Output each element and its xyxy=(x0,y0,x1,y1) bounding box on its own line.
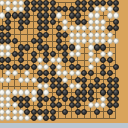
black-stone xyxy=(50,0,56,6)
black-stone xyxy=(37,89,43,95)
white-stone xyxy=(100,51,106,57)
white-stone xyxy=(43,64,49,70)
white-stone xyxy=(94,19,100,25)
black-stone xyxy=(107,89,113,95)
black-stone xyxy=(5,19,11,25)
black-stone xyxy=(62,89,68,95)
black-stone xyxy=(50,115,56,121)
white-stone xyxy=(43,89,49,95)
white-stone xyxy=(88,25,94,31)
black-stone xyxy=(107,77,113,83)
white-stone xyxy=(75,32,81,38)
black-stone xyxy=(18,19,24,25)
black-stone xyxy=(113,77,119,83)
black-stone xyxy=(75,64,81,70)
black-stone xyxy=(94,0,100,6)
black-stone xyxy=(24,64,30,70)
black-stone xyxy=(37,0,43,6)
white-stone xyxy=(69,32,75,38)
white-stone xyxy=(12,0,18,6)
white-stone xyxy=(5,102,11,108)
white-stone xyxy=(75,51,81,57)
black-stone xyxy=(113,96,119,102)
black-stone xyxy=(94,77,100,83)
white-stone xyxy=(75,38,81,44)
white-stone xyxy=(88,12,94,18)
white-stone xyxy=(94,38,100,44)
black-stone xyxy=(50,6,56,12)
white-stone xyxy=(107,32,113,38)
white-stone xyxy=(24,77,30,83)
black-stone xyxy=(50,83,56,89)
black-stone xyxy=(81,6,87,12)
black-stone xyxy=(43,12,49,18)
black-stone xyxy=(56,32,62,38)
go-board[interactable] xyxy=(0,0,128,123)
black-stone xyxy=(18,64,24,70)
black-stone xyxy=(37,25,43,31)
white-stone xyxy=(18,6,24,12)
black-stone xyxy=(113,89,119,95)
black-stone xyxy=(100,57,106,63)
black-stone xyxy=(113,6,119,12)
white-stone xyxy=(37,64,43,70)
black-stone xyxy=(75,102,81,108)
white-stone xyxy=(107,38,113,44)
black-stone xyxy=(100,83,106,89)
white-stone xyxy=(12,109,18,115)
white-stone xyxy=(5,0,11,6)
black-stone xyxy=(100,0,106,6)
black-stone xyxy=(75,89,81,95)
black-stone xyxy=(69,6,75,12)
black-stone xyxy=(43,57,49,63)
black-stone xyxy=(24,102,30,108)
white-stone xyxy=(75,44,81,50)
black-stone xyxy=(24,109,30,115)
black-stone xyxy=(75,6,81,12)
star-point xyxy=(58,98,60,100)
black-stone xyxy=(5,38,11,44)
black-stone xyxy=(18,51,24,57)
black-stone xyxy=(81,0,87,6)
white-stone xyxy=(37,83,43,89)
black-stone xyxy=(5,64,11,70)
white-stone xyxy=(24,70,30,76)
black-stone xyxy=(75,109,81,115)
black-stone xyxy=(24,0,30,6)
black-stone xyxy=(43,0,49,6)
white-stone xyxy=(18,77,24,83)
black-stone xyxy=(81,109,87,115)
black-stone xyxy=(37,19,43,25)
white-stone xyxy=(100,6,106,12)
white-stone xyxy=(18,0,24,6)
white-stone xyxy=(94,32,100,38)
white-stone xyxy=(62,25,68,31)
black-stone xyxy=(24,6,30,12)
black-stone xyxy=(81,77,87,83)
white-stone xyxy=(113,38,119,44)
black-stone xyxy=(107,109,113,115)
white-stone xyxy=(18,109,24,115)
white-stone xyxy=(12,6,18,12)
white-stone xyxy=(100,38,106,44)
black-stone xyxy=(75,96,81,102)
black-stone xyxy=(88,70,94,76)
white-stone xyxy=(37,57,43,63)
star-point xyxy=(58,21,60,23)
black-stone xyxy=(43,32,49,38)
black-stone xyxy=(50,12,56,18)
black-stone xyxy=(12,38,18,44)
black-stone xyxy=(94,83,100,89)
black-stone xyxy=(75,12,81,18)
black-stone xyxy=(107,70,113,76)
white-stone xyxy=(81,32,87,38)
black-stone xyxy=(37,32,43,38)
white-stone xyxy=(107,6,113,12)
black-stone xyxy=(62,51,68,57)
white-stone xyxy=(88,19,94,25)
white-stone xyxy=(69,38,75,44)
white-stone xyxy=(88,32,94,38)
black-stone xyxy=(107,83,113,89)
black-stone xyxy=(43,51,49,57)
black-stone xyxy=(81,83,87,89)
black-stone xyxy=(62,6,68,12)
black-stone xyxy=(12,12,18,18)
black-stone xyxy=(31,57,37,63)
black-stone xyxy=(37,44,43,50)
black-stone xyxy=(12,64,18,70)
white-stone xyxy=(88,57,94,63)
black-stone xyxy=(88,83,94,89)
white-stone xyxy=(69,70,75,76)
black-stone xyxy=(24,96,30,102)
white-stone xyxy=(12,115,18,121)
white-stone xyxy=(5,77,11,83)
black-stone xyxy=(81,96,87,102)
black-stone xyxy=(43,96,49,102)
white-stone xyxy=(56,64,62,70)
black-stone xyxy=(37,38,43,44)
black-stone xyxy=(50,70,56,76)
black-stone xyxy=(31,0,37,6)
black-stone xyxy=(50,96,56,102)
black-stone xyxy=(56,44,62,50)
black-stone xyxy=(113,64,119,70)
black-stone xyxy=(31,115,37,121)
black-stone xyxy=(12,96,18,102)
black-stone xyxy=(113,0,119,6)
white-stone xyxy=(31,96,37,102)
black-stone xyxy=(18,44,24,50)
black-stone xyxy=(69,96,75,102)
white-stone xyxy=(18,89,24,95)
white-stone xyxy=(18,115,24,121)
white-stone xyxy=(24,115,30,121)
white-stone xyxy=(88,102,94,108)
black-stone xyxy=(50,64,56,70)
black-stone xyxy=(113,83,119,89)
black-stone xyxy=(69,102,75,108)
white-stone xyxy=(5,96,11,102)
white-stone xyxy=(113,12,119,18)
black-stone xyxy=(113,102,119,108)
black-stone xyxy=(94,109,100,115)
black-stone xyxy=(37,96,43,102)
black-stone xyxy=(5,25,11,31)
black-stone xyxy=(62,32,68,38)
screenshot-root xyxy=(0,0,128,128)
black-stone xyxy=(5,57,11,63)
white-stone xyxy=(107,12,113,18)
black-stone xyxy=(56,6,62,12)
black-stone xyxy=(31,64,37,70)
black-stone xyxy=(37,109,43,115)
white-stone xyxy=(81,38,87,44)
white-stone xyxy=(50,57,56,63)
black-stone xyxy=(100,70,106,76)
white-stone xyxy=(94,57,100,63)
black-stone xyxy=(69,57,75,63)
white-stone xyxy=(69,83,75,89)
white-stone xyxy=(75,25,81,31)
white-stone xyxy=(5,51,11,57)
black-stone xyxy=(81,19,87,25)
white-stone xyxy=(5,70,11,76)
black-stone xyxy=(62,83,68,89)
white-stone xyxy=(75,83,81,89)
white-stone xyxy=(12,70,18,76)
black-stone xyxy=(113,25,119,31)
black-stone xyxy=(88,96,94,102)
black-stone xyxy=(50,19,56,25)
black-stone xyxy=(50,51,56,57)
white-stone xyxy=(88,64,94,70)
black-stone xyxy=(18,25,24,31)
white-stone xyxy=(12,102,18,108)
black-stone xyxy=(12,51,18,57)
white-stone xyxy=(5,44,11,50)
white-stone xyxy=(31,89,37,95)
black-stone xyxy=(24,19,30,25)
black-stone xyxy=(18,96,24,102)
white-stone xyxy=(81,25,87,31)
black-stone xyxy=(69,44,75,50)
white-stone xyxy=(69,51,75,57)
white-stone xyxy=(5,89,11,95)
black-stone xyxy=(56,25,62,31)
black-stone xyxy=(43,6,49,12)
black-stone xyxy=(56,89,62,95)
black-stone xyxy=(56,83,62,89)
black-stone xyxy=(88,6,94,12)
black-stone xyxy=(81,70,87,76)
black-stone xyxy=(75,0,81,6)
black-stone xyxy=(113,19,119,25)
black-stone xyxy=(50,77,56,83)
black-stone xyxy=(37,102,43,108)
white-stone xyxy=(94,12,100,18)
white-stone xyxy=(5,6,11,12)
black-stone xyxy=(31,109,37,115)
white-stone xyxy=(107,51,113,57)
white-stone xyxy=(56,57,62,63)
white-stone xyxy=(94,6,100,12)
black-stone xyxy=(37,6,43,12)
white-stone xyxy=(75,70,81,76)
black-stone xyxy=(31,51,37,57)
white-stone xyxy=(100,25,106,31)
black-stone xyxy=(5,32,11,38)
black-stone xyxy=(24,44,30,50)
black-stone xyxy=(88,89,94,95)
black-stone xyxy=(107,25,113,31)
black-stone xyxy=(62,44,68,50)
black-stone xyxy=(37,70,43,76)
black-stone xyxy=(18,12,24,18)
white-stone xyxy=(62,77,68,83)
black-stone xyxy=(31,38,37,44)
black-stone xyxy=(43,115,49,121)
black-stone xyxy=(69,64,75,70)
white-stone xyxy=(62,70,68,76)
black-stone xyxy=(43,77,49,83)
black-stone xyxy=(88,0,94,6)
black-stone xyxy=(56,38,62,44)
white-stone xyxy=(56,12,62,18)
white-stone xyxy=(88,44,94,50)
white-stone xyxy=(5,115,11,121)
black-stone xyxy=(18,102,24,108)
black-stone xyxy=(62,109,68,115)
white-stone xyxy=(88,51,94,57)
black-stone xyxy=(107,96,113,102)
white-stone xyxy=(94,102,100,108)
black-stone xyxy=(5,12,11,18)
star-point xyxy=(96,98,98,100)
black-stone xyxy=(18,57,24,63)
white-stone xyxy=(37,115,43,121)
white-stone xyxy=(43,83,49,89)
white-stone xyxy=(100,102,106,108)
black-stone xyxy=(31,6,37,12)
black-stone xyxy=(56,102,62,108)
black-stone xyxy=(100,44,106,50)
black-stone xyxy=(50,102,56,108)
white-stone xyxy=(12,89,18,95)
black-stone xyxy=(100,89,106,95)
black-stone xyxy=(43,19,49,25)
black-stone xyxy=(69,12,75,18)
black-stone xyxy=(107,102,113,108)
black-stone xyxy=(94,44,100,50)
black-stone xyxy=(62,96,68,102)
white-stone xyxy=(69,25,75,31)
white-stone xyxy=(5,109,11,115)
white-stone xyxy=(24,89,30,95)
black-stone xyxy=(75,77,81,83)
black-stone xyxy=(62,57,68,63)
black-stone xyxy=(107,57,113,63)
white-stone xyxy=(31,77,37,83)
white-stone xyxy=(100,96,106,102)
black-stone xyxy=(43,70,49,76)
black-stone xyxy=(24,12,30,18)
white-stone xyxy=(100,32,106,38)
black-stone xyxy=(50,109,56,115)
black-stone xyxy=(37,12,43,18)
black-stone xyxy=(37,77,43,83)
black-stone xyxy=(81,89,87,95)
white-stone xyxy=(94,25,100,31)
white-stone xyxy=(100,19,106,25)
white-stone xyxy=(62,19,68,25)
bottom-bar xyxy=(0,123,128,128)
black-stone xyxy=(43,109,49,115)
black-stone xyxy=(43,44,49,50)
black-stone xyxy=(107,0,113,6)
black-stone xyxy=(75,19,81,25)
white-stone xyxy=(88,38,94,44)
white-stone xyxy=(56,70,62,76)
black-stone xyxy=(100,64,106,70)
black-stone xyxy=(43,25,49,31)
black-stone xyxy=(56,77,62,83)
